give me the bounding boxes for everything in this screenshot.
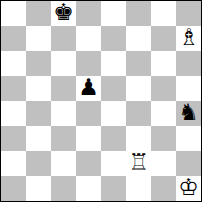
square-d1[interactable] xyxy=(76,176,101,201)
square-e5[interactable] xyxy=(101,76,126,101)
square-d5[interactable]: ♟ xyxy=(76,76,101,101)
square-h8[interactable] xyxy=(176,1,201,26)
black-pawn-icon[interactable]: ♟ xyxy=(78,76,99,100)
square-a3[interactable] xyxy=(1,126,26,151)
white-rook-icon[interactable]: ♖ xyxy=(128,151,149,175)
white-bishop-icon[interactable]: ♗ xyxy=(178,26,199,50)
square-a4[interactable] xyxy=(1,101,26,126)
square-c1[interactable] xyxy=(51,176,76,201)
square-e4[interactable] xyxy=(101,101,126,126)
square-e6[interactable] xyxy=(101,51,126,76)
square-g5[interactable] xyxy=(151,76,176,101)
chess-board-frame: ♚♗♟♞♖♔ xyxy=(0,0,202,202)
square-h3[interactable] xyxy=(176,126,201,151)
square-d2[interactable] xyxy=(76,151,101,176)
square-g3[interactable] xyxy=(151,126,176,151)
square-c2[interactable] xyxy=(51,151,76,176)
square-c4[interactable] xyxy=(51,101,76,126)
square-c5[interactable] xyxy=(51,76,76,101)
square-b4[interactable] xyxy=(26,101,51,126)
square-b2[interactable] xyxy=(26,151,51,176)
square-c7[interactable] xyxy=(51,26,76,51)
square-e7[interactable] xyxy=(101,26,126,51)
white-king-icon[interactable]: ♔ xyxy=(178,176,199,200)
black-king-icon[interactable]: ♚ xyxy=(53,1,74,25)
square-e1[interactable] xyxy=(101,176,126,201)
square-g7[interactable] xyxy=(151,26,176,51)
square-b6[interactable] xyxy=(26,51,51,76)
square-b3[interactable] xyxy=(26,126,51,151)
square-e3[interactable] xyxy=(101,126,126,151)
square-d4[interactable] xyxy=(76,101,101,126)
square-d6[interactable] xyxy=(76,51,101,76)
square-h4[interactable]: ♞ xyxy=(176,101,201,126)
square-h6[interactable] xyxy=(176,51,201,76)
square-d8[interactable] xyxy=(76,1,101,26)
chess-board: ♚♗♟♞♖♔ xyxy=(1,1,201,201)
square-h7[interactable]: ♗ xyxy=(176,26,201,51)
square-b1[interactable] xyxy=(26,176,51,201)
square-g2[interactable] xyxy=(151,151,176,176)
square-a7[interactable] xyxy=(1,26,26,51)
square-f3[interactable] xyxy=(126,126,151,151)
black-knight-icon[interactable]: ♞ xyxy=(178,101,199,125)
square-f4[interactable] xyxy=(126,101,151,126)
square-f1[interactable] xyxy=(126,176,151,201)
square-a5[interactable] xyxy=(1,76,26,101)
square-b5[interactable] xyxy=(26,76,51,101)
square-e8[interactable] xyxy=(101,1,126,26)
square-f7[interactable] xyxy=(126,26,151,51)
square-e2[interactable] xyxy=(101,151,126,176)
square-g1[interactable] xyxy=(151,176,176,201)
square-d7[interactable] xyxy=(76,26,101,51)
square-g6[interactable] xyxy=(151,51,176,76)
square-c8[interactable]: ♚ xyxy=(51,1,76,26)
square-a8[interactable] xyxy=(1,1,26,26)
square-a2[interactable] xyxy=(1,151,26,176)
square-a1[interactable] xyxy=(1,176,26,201)
square-g4[interactable] xyxy=(151,101,176,126)
square-c3[interactable] xyxy=(51,126,76,151)
square-h2[interactable] xyxy=(176,151,201,176)
square-f2[interactable]: ♖ xyxy=(126,151,151,176)
square-g8[interactable] xyxy=(151,1,176,26)
square-b7[interactable] xyxy=(26,26,51,51)
square-d3[interactable] xyxy=(76,126,101,151)
square-f5[interactable] xyxy=(126,76,151,101)
square-h5[interactable] xyxy=(176,76,201,101)
square-h1[interactable]: ♔ xyxy=(176,176,201,201)
square-f8[interactable] xyxy=(126,1,151,26)
square-f6[interactable] xyxy=(126,51,151,76)
square-a6[interactable] xyxy=(1,51,26,76)
square-b8[interactable] xyxy=(26,1,51,26)
square-c6[interactable] xyxy=(51,51,76,76)
